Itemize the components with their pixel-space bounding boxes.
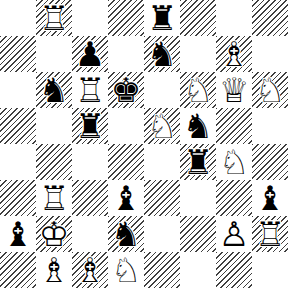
piece-white-bishop: ♗ bbox=[216, 36, 252, 72]
piece-white-knight-fill: ♞ bbox=[108, 252, 144, 288]
square-d1[interactable]: ♞♘ bbox=[108, 252, 144, 288]
square-h8[interactable] bbox=[252, 0, 288, 36]
piece-white-rook: ♖ bbox=[72, 72, 108, 108]
square-h6[interactable]: ♞♘ bbox=[252, 72, 288, 108]
piece-black-rook: ♜ bbox=[144, 0, 180, 36]
square-e7[interactable]: ♞ bbox=[144, 36, 180, 72]
piece-white-bishop: ♗ bbox=[72, 252, 108, 288]
square-h3[interactable]: ♝ bbox=[252, 180, 288, 216]
piece-black-bishop: ♝ bbox=[108, 180, 144, 216]
square-a1[interactable] bbox=[0, 252, 36, 288]
piece-white-pawn: ♙ bbox=[216, 216, 252, 252]
piece-white-queen: ♕ bbox=[216, 72, 252, 108]
square-e3[interactable] bbox=[144, 180, 180, 216]
square-b2[interactable]: ♚♔ bbox=[36, 216, 72, 252]
square-g8[interactable] bbox=[216, 0, 252, 36]
chess-board: ♜♖♜♟♞♝♗♞♜♖♚♞♘♛♕♞♘♜♞♘♞♜♞♘♜♖♝♝♝♚♔♞♟♙♜♖♝♗♝♗… bbox=[0, 0, 288, 288]
square-b3[interactable]: ♜♖ bbox=[36, 180, 72, 216]
square-g5[interactable] bbox=[216, 108, 252, 144]
square-f1[interactable] bbox=[180, 252, 216, 288]
square-h2[interactable]: ♜♖ bbox=[252, 216, 288, 252]
square-g3[interactable] bbox=[216, 180, 252, 216]
piece-white-king-fill: ♚ bbox=[36, 216, 72, 252]
square-f7[interactable] bbox=[180, 36, 216, 72]
square-e6[interactable] bbox=[144, 72, 180, 108]
square-c6[interactable]: ♜♖ bbox=[72, 72, 108, 108]
piece-white-rook-fill: ♜ bbox=[72, 72, 108, 108]
square-h1[interactable] bbox=[252, 252, 288, 288]
piece-white-rook-fill: ♜ bbox=[36, 180, 72, 216]
piece-black-rook: ♜ bbox=[180, 144, 216, 180]
square-c7[interactable]: ♟ bbox=[72, 36, 108, 72]
square-e5[interactable]: ♞♘ bbox=[144, 108, 180, 144]
piece-white-rook-fill: ♜ bbox=[252, 216, 288, 252]
square-c8[interactable] bbox=[72, 0, 108, 36]
piece-white-bishop-fill: ♝ bbox=[72, 252, 108, 288]
square-d2[interactable]: ♞ bbox=[108, 216, 144, 252]
square-b8[interactable]: ♜♖ bbox=[36, 0, 72, 36]
square-b5[interactable] bbox=[36, 108, 72, 144]
square-a8[interactable] bbox=[0, 0, 36, 36]
square-h4[interactable] bbox=[252, 144, 288, 180]
square-f2[interactable] bbox=[180, 216, 216, 252]
square-d7[interactable] bbox=[108, 36, 144, 72]
square-d4[interactable] bbox=[108, 144, 144, 180]
square-a4[interactable] bbox=[0, 144, 36, 180]
square-b7[interactable] bbox=[36, 36, 72, 72]
piece-black-king: ♚ bbox=[108, 72, 144, 108]
piece-white-king: ♔ bbox=[36, 216, 72, 252]
piece-black-knight: ♞ bbox=[180, 108, 216, 144]
piece-white-knight: ♘ bbox=[252, 72, 288, 108]
square-b6[interactable]: ♞ bbox=[36, 72, 72, 108]
square-f6[interactable]: ♞♘ bbox=[180, 72, 216, 108]
square-g6[interactable]: ♛♕ bbox=[216, 72, 252, 108]
square-f3[interactable] bbox=[180, 180, 216, 216]
square-c4[interactable] bbox=[72, 144, 108, 180]
square-e2[interactable] bbox=[144, 216, 180, 252]
square-d3[interactable]: ♝ bbox=[108, 180, 144, 216]
piece-black-knight: ♞ bbox=[36, 72, 72, 108]
square-a5[interactable] bbox=[0, 108, 36, 144]
piece-white-pawn-fill: ♟ bbox=[216, 216, 252, 252]
square-a2[interactable]: ♝ bbox=[0, 216, 36, 252]
square-d8[interactable] bbox=[108, 0, 144, 36]
piece-white-knight-fill: ♞ bbox=[180, 72, 216, 108]
piece-black-knight: ♞ bbox=[144, 36, 180, 72]
piece-white-knight-fill: ♞ bbox=[144, 108, 180, 144]
square-b1[interactable]: ♝♗ bbox=[36, 252, 72, 288]
piece-black-bishop: ♝ bbox=[0, 216, 36, 252]
square-a7[interactable] bbox=[0, 36, 36, 72]
square-g7[interactable]: ♝♗ bbox=[216, 36, 252, 72]
piece-white-bishop-fill: ♝ bbox=[36, 252, 72, 288]
square-c5[interactable]: ♜ bbox=[72, 108, 108, 144]
piece-white-knight: ♘ bbox=[216, 144, 252, 180]
piece-white-rook: ♖ bbox=[252, 216, 288, 252]
piece-white-knight: ♘ bbox=[180, 72, 216, 108]
square-c2[interactable] bbox=[72, 216, 108, 252]
piece-white-knight: ♘ bbox=[144, 108, 180, 144]
square-c1[interactable]: ♝♗ bbox=[72, 252, 108, 288]
square-a6[interactable] bbox=[0, 72, 36, 108]
square-e1[interactable] bbox=[144, 252, 180, 288]
square-b4[interactable] bbox=[36, 144, 72, 180]
square-d6[interactable]: ♚ bbox=[108, 72, 144, 108]
square-e8[interactable]: ♜ bbox=[144, 0, 180, 36]
piece-black-bishop: ♝ bbox=[252, 180, 288, 216]
square-f4[interactable]: ♜ bbox=[180, 144, 216, 180]
square-a3[interactable] bbox=[0, 180, 36, 216]
piece-white-knight-fill: ♞ bbox=[252, 72, 288, 108]
piece-white-knight: ♘ bbox=[108, 252, 144, 288]
square-e4[interactable] bbox=[144, 144, 180, 180]
piece-white-rook: ♖ bbox=[36, 0, 72, 36]
piece-black-knight: ♞ bbox=[108, 216, 144, 252]
square-g4[interactable]: ♞♘ bbox=[216, 144, 252, 180]
piece-white-queen-fill: ♛ bbox=[216, 72, 252, 108]
piece-black-pawn: ♟ bbox=[72, 36, 108, 72]
square-h5[interactable] bbox=[252, 108, 288, 144]
square-g2[interactable]: ♟♙ bbox=[216, 216, 252, 252]
piece-white-knight-fill: ♞ bbox=[216, 144, 252, 180]
piece-white-bishop: ♗ bbox=[36, 252, 72, 288]
square-f8[interactable] bbox=[180, 0, 216, 36]
piece-white-rook: ♖ bbox=[36, 180, 72, 216]
square-d5[interactable] bbox=[108, 108, 144, 144]
square-g1[interactable] bbox=[216, 252, 252, 288]
piece-black-rook: ♜ bbox=[72, 108, 108, 144]
piece-white-bishop-fill: ♝ bbox=[216, 36, 252, 72]
square-h7[interactable] bbox=[252, 36, 288, 72]
piece-white-rook-fill: ♜ bbox=[36, 0, 72, 36]
square-f5[interactable]: ♞ bbox=[180, 108, 216, 144]
square-c3[interactable] bbox=[72, 180, 108, 216]
